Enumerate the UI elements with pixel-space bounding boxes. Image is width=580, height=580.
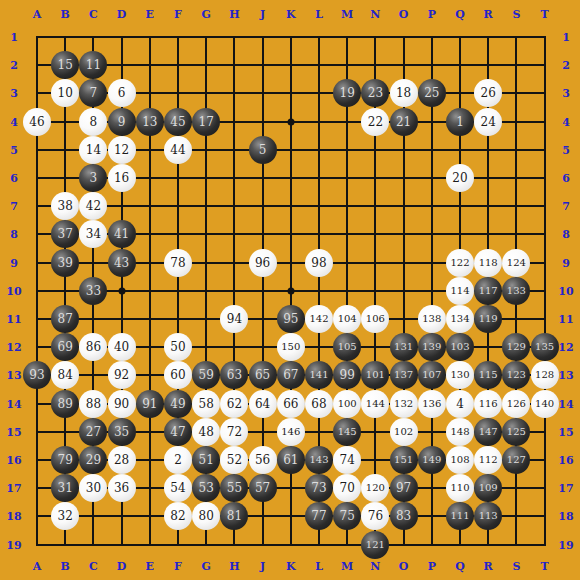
stone-white-G15[interactable]: 48 — [192, 418, 220, 446]
stone-black-G16[interactable]: 51 — [192, 446, 220, 474]
stone-black-P13[interactable]: 107 — [418, 361, 446, 389]
column-label-bottom: H — [229, 560, 239, 573]
stone-white-Q14[interactable]: 4 — [446, 390, 474, 418]
stone-black-C16[interactable]: 29 — [79, 446, 107, 474]
row-label-right: 1 — [562, 31, 570, 44]
stone-white-H11[interactable]: 94 — [220, 305, 248, 333]
column-label-top: P — [428, 8, 436, 21]
stone-black-G13[interactable]: 59 — [192, 361, 220, 389]
stone-black-D4[interactable]: 9 — [108, 108, 136, 136]
stone-black-R13[interactable]: 115 — [474, 361, 502, 389]
stone-white-R3[interactable]: 26 — [474, 79, 502, 107]
column-label-bottom: D — [117, 560, 127, 573]
stone-black-B14[interactable]: 89 — [51, 390, 79, 418]
stone-white-F12[interactable]: 50 — [164, 333, 192, 361]
stone-black-E14[interactable]: 91 — [136, 390, 164, 418]
stone-white-P11[interactable]: 138 — [418, 305, 446, 333]
stone-black-B12[interactable]: 69 — [51, 333, 79, 361]
row-label-left: 14 — [6, 397, 21, 410]
row-label-left: 4 — [10, 115, 18, 128]
stone-black-B8[interactable]: 37 — [51, 220, 79, 248]
row-label-left: 10 — [6, 284, 21, 297]
stone-white-D13[interactable]: 92 — [108, 361, 136, 389]
stone-black-O16[interactable]: 151 — [390, 446, 418, 474]
row-label-right: 12 — [558, 341, 573, 354]
stone-black-S15[interactable]: 125 — [502, 418, 530, 446]
stone-white-S14[interactable]: 126 — [502, 390, 530, 418]
stone-white-K12[interactable]: 150 — [277, 333, 305, 361]
stone-white-N18[interactable]: 76 — [361, 502, 389, 530]
stone-white-R14[interactable]: 116 — [474, 390, 502, 418]
column-label-bottom: J — [260, 560, 265, 573]
column-label-bottom: S — [512, 560, 520, 573]
column-label-bottom: K — [286, 560, 296, 573]
row-label-left: 2 — [10, 59, 18, 72]
stone-black-G17[interactable]: 53 — [192, 474, 220, 502]
stone-black-F4[interactable]: 45 — [164, 108, 192, 136]
star-point — [287, 118, 294, 125]
row-label-left: 7 — [10, 200, 18, 213]
stone-white-Q11[interactable]: 134 — [446, 305, 474, 333]
stone-white-F17[interactable]: 54 — [164, 474, 192, 502]
go-board-diagram: AABBCCDDEEFFGGHHJJKKLLMMNNOOPPQQRRSSTT11… — [0, 0, 580, 580]
column-label-top: T — [541, 8, 549, 21]
stone-white-C12[interactable]: 86 — [79, 333, 107, 361]
stone-white-T14[interactable]: 140 — [531, 390, 559, 418]
stone-white-L9[interactable]: 98 — [305, 249, 333, 277]
stone-black-K11[interactable]: 95 — [277, 305, 305, 333]
row-label-left: 12 — [6, 341, 21, 354]
stone-white-N11[interactable]: 106 — [361, 305, 389, 333]
stone-black-E4[interactable]: 13 — [136, 108, 164, 136]
stone-white-J16[interactable]: 56 — [249, 446, 277, 474]
stone-white-B18[interactable]: 32 — [51, 502, 79, 530]
stone-black-L17[interactable]: 73 — [305, 474, 333, 502]
stone-white-C5[interactable]: 14 — [79, 136, 107, 164]
stone-white-B3[interactable]: 10 — [51, 79, 79, 107]
stone-white-O15[interactable]: 102 — [390, 418, 418, 446]
stone-black-C6[interactable]: 3 — [79, 164, 107, 192]
row-label-left: 3 — [10, 87, 18, 100]
column-label-bottom: R — [484, 560, 493, 573]
stone-white-K14[interactable]: 66 — [277, 390, 305, 418]
stone-black-D8[interactable]: 41 — [108, 220, 136, 248]
row-label-right: 5 — [562, 143, 570, 156]
row-label-right: 3 — [562, 87, 570, 100]
stone-black-H18[interactable]: 81 — [220, 502, 248, 530]
column-label-bottom: L — [315, 560, 323, 573]
stone-white-M14[interactable]: 100 — [333, 390, 361, 418]
column-label-bottom: M — [341, 560, 353, 573]
row-label-left: 8 — [10, 228, 18, 241]
stone-black-J5[interactable]: 5 — [249, 136, 277, 164]
column-label-top: M — [341, 8, 353, 21]
stone-white-Q10[interactable]: 114 — [446, 277, 474, 305]
column-label-top: R — [484, 8, 493, 21]
stone-white-H14[interactable]: 62 — [220, 390, 248, 418]
stone-white-A4[interactable]: 46 — [23, 108, 51, 136]
stone-white-F16[interactable]: 2 — [164, 446, 192, 474]
stone-white-F9[interactable]: 78 — [164, 249, 192, 277]
row-label-right: 14 — [558, 397, 573, 410]
stone-white-F5[interactable]: 44 — [164, 136, 192, 164]
stone-black-T12[interactable]: 135 — [531, 333, 559, 361]
stone-black-G4[interactable]: 17 — [192, 108, 220, 136]
stone-black-J13[interactable]: 65 — [249, 361, 277, 389]
stone-black-B17[interactable]: 31 — [51, 474, 79, 502]
stone-white-D14[interactable]: 90 — [108, 390, 136, 418]
stone-black-N13[interactable]: 101 — [361, 361, 389, 389]
stone-white-L11[interactable]: 142 — [305, 305, 333, 333]
row-label-right: 4 — [562, 115, 570, 128]
stone-black-D15[interactable]: 35 — [108, 418, 136, 446]
column-label-bottom: E — [146, 560, 154, 573]
row-label-right: 2 — [562, 59, 570, 72]
column-label-top: E — [146, 8, 154, 21]
stone-black-Q12[interactable]: 103 — [446, 333, 474, 361]
stone-white-H16[interactable]: 52 — [220, 446, 248, 474]
stone-white-R16[interactable]: 112 — [474, 446, 502, 474]
stone-white-R4[interactable]: 24 — [474, 108, 502, 136]
stone-black-H13[interactable]: 63 — [220, 361, 248, 389]
row-label-right: 18 — [558, 510, 573, 523]
stone-white-B7[interactable]: 38 — [51, 192, 79, 220]
stone-black-L13[interactable]: 141 — [305, 361, 333, 389]
column-label-top: O — [399, 8, 409, 21]
stone-black-L18[interactable]: 77 — [305, 502, 333, 530]
column-label-bottom: N — [370, 560, 380, 573]
row-label-left: 1 — [10, 31, 18, 44]
stone-white-M16[interactable]: 74 — [333, 446, 361, 474]
column-label-bottom: T — [541, 560, 549, 573]
stone-black-O17[interactable]: 97 — [390, 474, 418, 502]
row-label-right: 11 — [558, 313, 573, 326]
column-label-top: B — [61, 8, 70, 21]
column-label-top: D — [117, 8, 127, 21]
stone-black-A13[interactable]: 93 — [23, 361, 51, 389]
stone-black-Q18[interactable]: 111 — [446, 502, 474, 530]
stone-black-R15[interactable]: 147 — [474, 418, 502, 446]
column-label-top: L — [315, 8, 323, 21]
stone-white-Q16[interactable]: 108 — [446, 446, 474, 474]
stone-white-B13[interactable]: 84 — [51, 361, 79, 389]
stone-white-O3[interactable]: 18 — [390, 79, 418, 107]
stone-black-O18[interactable]: 83 — [390, 502, 418, 530]
stone-white-D12[interactable]: 40 — [108, 333, 136, 361]
row-label-left: 17 — [6, 482, 21, 495]
stone-black-F15[interactable]: 47 — [164, 418, 192, 446]
row-label-left: 11 — [6, 313, 21, 326]
stone-white-L14[interactable]: 68 — [305, 390, 333, 418]
stone-white-T13[interactable]: 128 — [531, 361, 559, 389]
column-label-bottom: G — [201, 560, 210, 573]
column-label-bottom: A — [33, 560, 42, 573]
stone-black-N19[interactable]: 121 — [361, 531, 389, 559]
grid-line-vertical — [544, 36, 546, 546]
stone-black-P12[interactable]: 139 — [418, 333, 446, 361]
stone-white-C8[interactable]: 34 — [79, 220, 107, 248]
stone-black-F14[interactable]: 49 — [164, 390, 192, 418]
stone-black-H17[interactable]: 55 — [220, 474, 248, 502]
stone-white-S9[interactable]: 124 — [502, 249, 530, 277]
column-label-top: Q — [455, 8, 465, 21]
stone-white-Q6[interactable]: 20 — [446, 164, 474, 192]
stone-black-S16[interactable]: 127 — [502, 446, 530, 474]
stone-black-M3[interactable]: 19 — [333, 79, 361, 107]
stone-black-K16[interactable]: 61 — [277, 446, 305, 474]
row-label-left: 6 — [10, 172, 18, 185]
stone-black-P16[interactable]: 149 — [418, 446, 446, 474]
stone-black-S13[interactable]: 123 — [502, 361, 530, 389]
row-label-right: 16 — [558, 454, 573, 467]
column-label-top: C — [89, 8, 98, 21]
stone-white-D16[interactable]: 28 — [108, 446, 136, 474]
row-label-left: 16 — [6, 454, 21, 467]
stone-white-G14[interactable]: 58 — [192, 390, 220, 418]
stone-black-Q4[interactable]: 1 — [446, 108, 474, 136]
star-point — [287, 287, 294, 294]
stone-black-K13[interactable]: 67 — [277, 361, 305, 389]
column-label-bottom: C — [89, 560, 98, 573]
column-label-bottom: O — [399, 560, 409, 573]
column-label-bottom: F — [174, 560, 182, 573]
row-label-right: 9 — [562, 256, 570, 269]
stone-black-J17[interactable]: 57 — [249, 474, 277, 502]
stone-black-B16[interactable]: 79 — [51, 446, 79, 474]
row-label-left: 5 — [10, 143, 18, 156]
star-point — [118, 287, 125, 294]
stone-black-D9[interactable]: 43 — [108, 249, 136, 277]
stone-black-S10[interactable]: 133 — [502, 277, 530, 305]
stone-white-H15[interactable]: 72 — [220, 418, 248, 446]
stone-white-J14[interactable]: 64 — [249, 390, 277, 418]
column-label-top: F — [174, 8, 182, 21]
stone-black-C15[interactable]: 27 — [79, 418, 107, 446]
column-label-top: J — [260, 8, 265, 21]
stone-black-R11[interactable]: 119 — [474, 305, 502, 333]
row-label-left: 18 — [6, 510, 21, 523]
stone-white-K15[interactable]: 146 — [277, 418, 305, 446]
stone-white-N17[interactable]: 120 — [361, 474, 389, 502]
stone-black-C10[interactable]: 33 — [79, 277, 107, 305]
stone-white-N14[interactable]: 144 — [361, 390, 389, 418]
grid-line-horizontal — [36, 544, 546, 546]
row-label-right: 17 — [558, 482, 573, 495]
stone-white-C17[interactable]: 30 — [79, 474, 107, 502]
stone-white-J9[interactable]: 96 — [249, 249, 277, 277]
stone-white-P14[interactable]: 136 — [418, 390, 446, 418]
column-label-bottom: P — [428, 560, 436, 573]
column-label-bottom: Q — [455, 560, 465, 573]
column-label-top: G — [201, 8, 210, 21]
stone-black-M18[interactable]: 75 — [333, 502, 361, 530]
stone-black-R17[interactable]: 109 — [474, 474, 502, 502]
row-label-right: 8 — [562, 228, 570, 241]
stone-black-R18[interactable]: 113 — [474, 502, 502, 530]
stone-white-Q9[interactable]: 122 — [446, 249, 474, 277]
column-label-top: A — [33, 8, 42, 21]
column-label-top: N — [370, 8, 380, 21]
stone-white-D5[interactable]: 12 — [108, 136, 136, 164]
column-label-top: K — [286, 8, 296, 21]
stone-white-M17[interactable]: 70 — [333, 474, 361, 502]
stone-white-C7[interactable]: 42 — [79, 192, 107, 220]
stone-black-M12[interactable]: 105 — [333, 333, 361, 361]
stone-white-O14[interactable]: 132 — [390, 390, 418, 418]
row-label-right: 19 — [558, 538, 573, 551]
stone-black-B11[interactable]: 87 — [51, 305, 79, 333]
stone-black-O12[interactable]: 131 — [390, 333, 418, 361]
stone-black-O4[interactable]: 21 — [390, 108, 418, 136]
column-label-top: H — [229, 8, 239, 21]
stone-black-R10[interactable]: 117 — [474, 277, 502, 305]
stone-white-M11[interactable]: 104 — [333, 305, 361, 333]
stone-black-C2[interactable]: 11 — [79, 51, 107, 79]
stone-white-N4[interactable]: 22 — [361, 108, 389, 136]
stone-white-F13[interactable]: 60 — [164, 361, 192, 389]
row-label-right: 7 — [562, 200, 570, 213]
stone-black-C3[interactable]: 7 — [79, 79, 107, 107]
stone-white-C14[interactable]: 88 — [79, 390, 107, 418]
column-label-top: S — [512, 8, 520, 21]
stone-white-Q17[interactable]: 110 — [446, 474, 474, 502]
row-label-left: 15 — [6, 425, 21, 438]
row-label-right: 10 — [558, 284, 573, 297]
stone-white-D6[interactable]: 16 — [108, 164, 136, 192]
stone-black-M13[interactable]: 99 — [333, 361, 361, 389]
row-label-right: 13 — [558, 369, 573, 382]
stone-white-F18[interactable]: 82 — [164, 502, 192, 530]
stone-white-C4[interactable]: 8 — [79, 108, 107, 136]
column-label-bottom: B — [61, 560, 70, 573]
stone-white-D17[interactable]: 36 — [108, 474, 136, 502]
stone-white-R9[interactable]: 118 — [474, 249, 502, 277]
row-label-left: 9 — [10, 256, 18, 269]
stone-black-S12[interactable]: 129 — [502, 333, 530, 361]
stone-white-Q13[interactable]: 130 — [446, 361, 474, 389]
stone-black-M15[interactable]: 145 — [333, 418, 361, 446]
stone-black-O13[interactable]: 137 — [390, 361, 418, 389]
stone-white-G18[interactable]: 80 — [192, 502, 220, 530]
stone-black-B2[interactable]: 15 — [51, 51, 79, 79]
row-label-left: 13 — [6, 369, 21, 382]
stone-black-P3[interactable]: 25 — [418, 79, 446, 107]
row-label-right: 6 — [562, 172, 570, 185]
stone-black-B9[interactable]: 39 — [51, 249, 79, 277]
stone-black-L16[interactable]: 143 — [305, 446, 333, 474]
row-label-right: 15 — [558, 425, 573, 438]
stone-black-N3[interactable]: 23 — [361, 79, 389, 107]
stone-white-D3[interactable]: 6 — [108, 79, 136, 107]
row-label-left: 19 — [6, 538, 21, 551]
stone-white-Q15[interactable]: 148 — [446, 418, 474, 446]
